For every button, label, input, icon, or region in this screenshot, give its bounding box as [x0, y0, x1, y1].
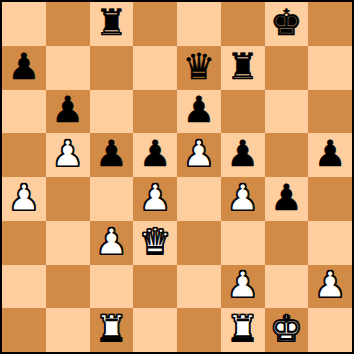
white-pawn-icon[interactable]: ♟: [51, 136, 83, 172]
square-f8[interactable]: [221, 2, 265, 46]
square-e5[interactable]: ♟: [177, 133, 221, 177]
square-h5[interactable]: ♟: [308, 133, 352, 177]
square-g3[interactable]: [265, 221, 309, 265]
white-pawn-icon[interactable]: ♟: [226, 180, 258, 216]
square-b7[interactable]: [46, 46, 90, 90]
square-d7[interactable]: [133, 46, 177, 90]
chess-board: ♜♚♟♛♜♟♟♟♟♟♟♟♟♟♟♟♟♟♛♟♟♜♜♚: [2, 2, 352, 352]
white-rook-icon[interactable]: ♜: [226, 311, 258, 347]
square-b6[interactable]: ♟: [46, 90, 90, 134]
black-pawn-icon[interactable]: ♟: [51, 92, 83, 128]
white-rook-icon[interactable]: ♜: [95, 311, 127, 347]
square-d6[interactable]: [133, 90, 177, 134]
square-b4[interactable]: [46, 177, 90, 221]
square-a1[interactable]: [2, 308, 46, 352]
square-d3[interactable]: ♛: [133, 221, 177, 265]
square-a6[interactable]: [2, 90, 46, 134]
square-h7[interactable]: [308, 46, 352, 90]
black-queen-icon[interactable]: ♛: [183, 49, 215, 85]
square-c4[interactable]: [90, 177, 134, 221]
square-c1[interactable]: ♜: [90, 308, 134, 352]
square-e1[interactable]: [177, 308, 221, 352]
square-a5[interactable]: [2, 133, 46, 177]
white-queen-icon[interactable]: ♛: [139, 224, 171, 260]
square-h6[interactable]: [308, 90, 352, 134]
square-c5[interactable]: ♟: [90, 133, 134, 177]
square-f7[interactable]: ♜: [221, 46, 265, 90]
black-pawn-icon[interactable]: ♟: [8, 49, 40, 85]
square-b2[interactable]: [46, 265, 90, 309]
square-e8[interactable]: [177, 2, 221, 46]
square-h8[interactable]: [308, 2, 352, 46]
black-rook-icon[interactable]: ♜: [95, 5, 127, 41]
black-pawn-icon[interactable]: ♟: [139, 136, 171, 172]
square-h3[interactable]: [308, 221, 352, 265]
board-frame: ♜♚♟♛♜♟♟♟♟♟♟♟♟♟♟♟♟♟♛♟♟♜♜♚: [0, 0, 354, 354]
square-g7[interactable]: [265, 46, 309, 90]
white-pawn-icon[interactable]: ♟: [314, 267, 346, 303]
square-a8[interactable]: [2, 2, 46, 46]
square-c3[interactable]: ♟: [90, 221, 134, 265]
square-e2[interactable]: [177, 265, 221, 309]
white-pawn-icon[interactable]: ♟: [226, 267, 258, 303]
white-pawn-icon[interactable]: ♟: [95, 224, 127, 260]
black-pawn-icon[interactable]: ♟: [95, 136, 127, 172]
black-pawn-icon[interactable]: ♟: [270, 180, 302, 216]
square-e4[interactable]: [177, 177, 221, 221]
square-c2[interactable]: [90, 265, 134, 309]
white-pawn-icon[interactable]: ♟: [8, 180, 40, 216]
square-g5[interactable]: [265, 133, 309, 177]
black-king-icon[interactable]: ♚: [270, 5, 302, 41]
square-a2[interactable]: [2, 265, 46, 309]
square-f3[interactable]: [221, 221, 265, 265]
square-e3[interactable]: [177, 221, 221, 265]
square-f2[interactable]: ♟: [221, 265, 265, 309]
square-h4[interactable]: [308, 177, 352, 221]
black-pawn-icon[interactable]: ♟: [183, 92, 215, 128]
square-g1[interactable]: ♚: [265, 308, 309, 352]
square-a3[interactable]: [2, 221, 46, 265]
black-pawn-icon[interactable]: ♟: [226, 136, 258, 172]
square-b3[interactable]: [46, 221, 90, 265]
square-g6[interactable]: [265, 90, 309, 134]
square-f6[interactable]: [221, 90, 265, 134]
black-pawn-icon[interactable]: ♟: [314, 136, 346, 172]
square-b1[interactable]: [46, 308, 90, 352]
white-king-icon[interactable]: ♚: [270, 311, 302, 347]
square-h2[interactable]: ♟: [308, 265, 352, 309]
black-rook-icon[interactable]: ♜: [226, 49, 258, 85]
square-b5[interactable]: ♟: [46, 133, 90, 177]
square-c7[interactable]: [90, 46, 134, 90]
square-a7[interactable]: ♟: [2, 46, 46, 90]
square-g4[interactable]: ♟: [265, 177, 309, 221]
square-e6[interactable]: ♟: [177, 90, 221, 134]
square-d1[interactable]: [133, 308, 177, 352]
square-d8[interactable]: [133, 2, 177, 46]
square-f4[interactable]: ♟: [221, 177, 265, 221]
white-pawn-icon[interactable]: ♟: [183, 136, 215, 172]
square-d4[interactable]: ♟: [133, 177, 177, 221]
square-f1[interactable]: ♜: [221, 308, 265, 352]
square-f5[interactable]: ♟: [221, 133, 265, 177]
square-g2[interactable]: [265, 265, 309, 309]
square-a4[interactable]: ♟: [2, 177, 46, 221]
square-g8[interactable]: ♚: [265, 2, 309, 46]
square-c8[interactable]: ♜: [90, 2, 134, 46]
square-c6[interactable]: [90, 90, 134, 134]
square-e7[interactable]: ♛: [177, 46, 221, 90]
square-d2[interactable]: [133, 265, 177, 309]
square-d5[interactable]: ♟: [133, 133, 177, 177]
square-h1[interactable]: [308, 308, 352, 352]
white-pawn-icon[interactable]: ♟: [139, 180, 171, 216]
square-b8[interactable]: [46, 2, 90, 46]
